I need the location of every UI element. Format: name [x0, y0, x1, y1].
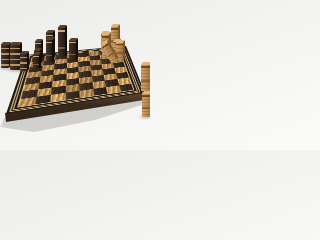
piece-front-face: [58, 27, 65, 57]
offboard-piece-dark-pawn: [20, 53, 27, 71]
piece-top-face: [46, 37, 55, 40]
pieces-layer: [0, 0, 150, 150]
piece-front-face: [142, 93, 151, 117]
piece-side-face: [76, 38, 78, 59]
piece-side-face: [150, 62, 151, 90]
piece-side-face: [27, 51, 29, 70]
piece-top-face: [10, 42, 22, 45]
piece-front-face: [1, 44, 9, 68]
offboard-piece-light-rook: [141, 64, 150, 91]
piece-dark-bishop-b7: [46, 39, 53, 63]
piece-front-face: [46, 39, 53, 63]
offboard-piece-dark-bishop: [10, 44, 20, 70]
piece-front-face: [141, 64, 150, 91]
piece-side-face: [65, 25, 67, 56]
piece-dark-king-c8: [58, 27, 65, 57]
piece-side-face: [123, 41, 125, 60]
piece-dark-pawn-a6: [33, 54, 39, 69]
piece-dark-rook-d7: [69, 40, 76, 60]
piece-front-face: [69, 40, 76, 60]
offboard-piece-light-bishop: [142, 93, 151, 117]
piece-front-face: [20, 53, 27, 71]
piece-top-face: [19, 51, 28, 54]
piece-top-face: [141, 91, 150, 94]
chess-set-product-photo: [0, 0, 150, 150]
piece-side-face: [39, 53, 41, 69]
piece-front-face: [33, 54, 39, 69]
piece-front-face: [10, 44, 20, 70]
offboard-piece-dark-rook: [1, 44, 9, 68]
piece-top-face: [58, 25, 67, 28]
piece-top-face: [140, 62, 150, 65]
